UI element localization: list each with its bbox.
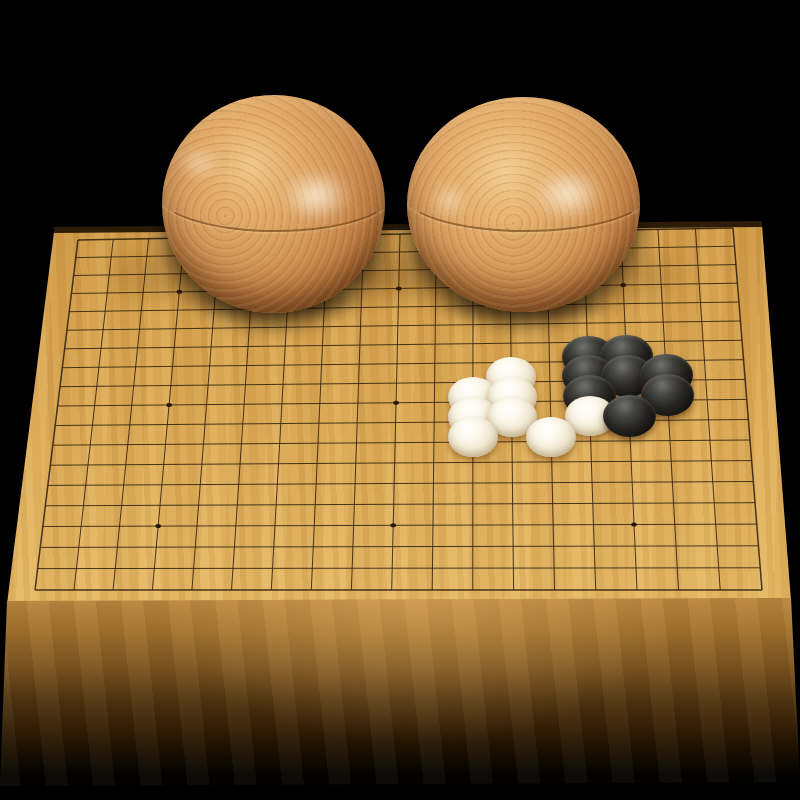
bowl-highlight bbox=[530, 166, 605, 222]
stones-layer bbox=[0, 0, 800, 800]
white-stone bbox=[448, 417, 498, 457]
black-stone bbox=[603, 395, 656, 437]
white-stone bbox=[526, 417, 576, 457]
bowl-highlight bbox=[278, 167, 354, 224]
go-bowl-left bbox=[162, 95, 385, 313]
bowl-highlight bbox=[426, 179, 473, 222]
goban-photo-stage bbox=[0, 0, 800, 800]
go-bowl-right bbox=[407, 97, 640, 312]
